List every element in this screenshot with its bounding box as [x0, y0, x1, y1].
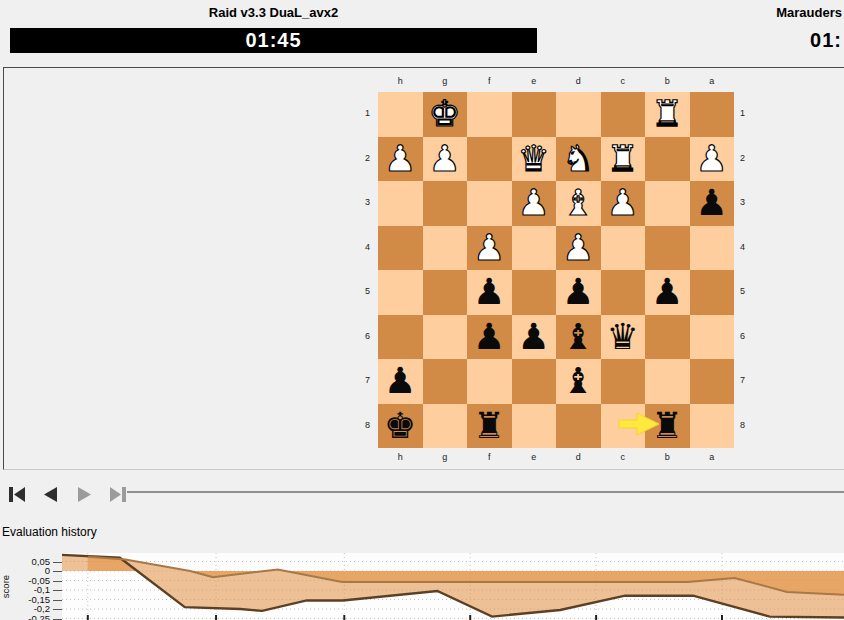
piece-white-queen: ♛: [518, 137, 550, 181]
coordinate-label-8: 8: [740, 420, 754, 430]
square-b6[interactable]: [645, 315, 690, 360]
coordinate-label-h: h: [378, 76, 423, 86]
piece-white-pawn: ♟: [696, 137, 728, 181]
square-c8[interactable]: [601, 404, 646, 449]
coordinate-label-7: 7: [740, 375, 754, 385]
coordinate-label-6: 6: [356, 331, 370, 341]
coordinate-label-3: 3: [740, 197, 754, 207]
square-g8[interactable]: [423, 404, 468, 449]
coordinate-label-g: g: [423, 76, 468, 86]
evaluation-chart: score 0,050-0,05-0,1-0,15-0,2-0,25: [0, 553, 844, 620]
piece-black-pawn: ♟: [696, 181, 728, 225]
coordinate-label-c: c: [601, 452, 646, 462]
square-e1[interactable]: [512, 92, 557, 137]
square-e4[interactable]: [512, 226, 557, 271]
square-g6[interactable]: [423, 315, 468, 360]
y-tick: [53, 571, 62, 572]
piece-white-pawn: ♟: [473, 226, 505, 270]
piece-black-pawn: ♟: [473, 270, 505, 314]
piece-white-king: ♚: [429, 92, 461, 136]
square-c7[interactable]: [601, 359, 646, 404]
square-d7[interactable]: ♝: [556, 359, 601, 404]
square-c1[interactable]: [601, 92, 646, 137]
coordinate-label-a: a: [690, 452, 735, 462]
coordinate-label-3: 3: [356, 197, 370, 207]
square-e2[interactable]: ♛: [512, 137, 557, 182]
piece-white-pawn: ♟: [518, 181, 550, 225]
piece-white-rook: ♜: [607, 137, 639, 181]
piece-white-knight: ♞: [562, 137, 594, 181]
y-tick: [53, 590, 62, 591]
square-f5[interactable]: ♟: [467, 270, 512, 315]
square-h3[interactable]: [378, 181, 423, 226]
square-h1[interactable]: [378, 92, 423, 137]
square-a6[interactable]: [690, 315, 735, 360]
square-g1[interactable]: ♚: [423, 92, 468, 137]
square-d1[interactable]: [556, 92, 601, 137]
coordinate-label-e: e: [512, 76, 557, 86]
piece-white-pawn: ♟: [562, 226, 594, 270]
square-d4[interactable]: ♟: [556, 226, 601, 271]
coordinate-label-5: 5: [356, 286, 370, 296]
square-e3[interactable]: ♟: [512, 181, 557, 226]
coordinate-label-1: 1: [740, 108, 754, 118]
coordinate-label-a: a: [690, 76, 735, 86]
move-navigation-toolbar: [8, 483, 127, 505]
square-h7[interactable]: ♟: [378, 359, 423, 404]
piece-white-rook: ♜: [651, 92, 683, 136]
coordinate-label-1: 1: [356, 108, 370, 118]
square-b3[interactable]: [645, 181, 690, 226]
y-tick: [53, 562, 62, 563]
square-f3[interactable]: [467, 181, 512, 226]
y-tick-label: -0,25: [0, 613, 50, 620]
piece-white-bishop: ♝: [562, 181, 594, 225]
piece-black-king: ♚: [384, 404, 416, 448]
square-a4[interactable]: [690, 226, 735, 271]
evaluation-chart-plot: [62, 553, 844, 620]
square-d6[interactable]: ♝: [556, 315, 601, 360]
move-slider[interactable]: [127, 491, 844, 493]
square-b5[interactable]: ♟: [645, 270, 690, 315]
square-h8[interactable]: ♚: [378, 404, 423, 449]
previous-move-button[interactable]: [41, 485, 61, 504]
square-c4[interactable]: [601, 226, 646, 271]
square-f8[interactable]: ♜: [467, 404, 512, 449]
piece-black-pawn: ♟: [384, 359, 416, 403]
coordinate-label-b: b: [645, 452, 690, 462]
y-tick: [53, 600, 62, 601]
square-c3[interactable]: ♟: [601, 181, 646, 226]
square-h5[interactable]: [378, 270, 423, 315]
piece-black-bishop: ♝: [562, 359, 594, 403]
piece-black-bishop: ♝: [562, 315, 594, 359]
square-a3[interactable]: ♟: [690, 181, 735, 226]
y-tick: [53, 581, 62, 582]
coordinate-label-f: f: [467, 76, 512, 86]
chess-gui-window: Raid v3.3 DuaL_avx2 01:45 Marauders 01: …: [0, 0, 844, 620]
square-d2[interactable]: ♞: [556, 137, 601, 182]
square-e8[interactable]: [512, 404, 557, 449]
square-g4[interactable]: [423, 226, 468, 271]
coordinate-label-d: d: [556, 452, 601, 462]
square-b7[interactable]: [645, 359, 690, 404]
square-a8[interactable]: [690, 404, 735, 449]
skip-to-start-button[interactable]: [8, 485, 28, 504]
coordinate-label-7: 7: [356, 375, 370, 385]
piece-black-queen: ♛: [607, 315, 639, 359]
board-panel: ♚♜♟♟♛♞♜♟♟♝♟♟♟♟♟♟♟♟♟♝♛♟♝♚♜♜ hhggffeeddccb…: [3, 67, 844, 470]
square-c2[interactable]: ♜: [601, 137, 646, 182]
square-a7[interactable]: [690, 359, 735, 404]
skip-to-end-button[interactable]: [107, 485, 127, 504]
coordinate-label-b: b: [645, 76, 690, 86]
black-clock: 01:: [810, 29, 842, 52]
piece-black-rook: ♜: [473, 404, 505, 448]
square-a5[interactable]: [690, 270, 735, 315]
piece-black-pawn: ♟: [651, 270, 683, 314]
next-move-button[interactable]: [74, 485, 94, 504]
square-f6[interactable]: ♟: [467, 315, 512, 360]
square-c6[interactable]: ♛: [601, 315, 646, 360]
piece-black-pawn: ♟: [473, 315, 505, 359]
square-h2[interactable]: ♟: [378, 137, 423, 182]
square-h4[interactable]: [378, 226, 423, 271]
square-b1[interactable]: ♜: [645, 92, 690, 137]
coordinate-label-5: 5: [740, 286, 754, 296]
piece-black-pawn: ♟: [518, 315, 550, 359]
square-f4[interactable]: ♟: [467, 226, 512, 271]
square-g5[interactable]: [423, 270, 468, 315]
square-c5[interactable]: [601, 270, 646, 315]
white-clock: 01:45: [10, 28, 537, 53]
square-a1[interactable]: [690, 92, 735, 137]
coordinate-label-2: 2: [740, 153, 754, 163]
piece-white-pawn: ♟: [429, 137, 461, 181]
piece-black-pawn: ♟: [562, 270, 594, 314]
square-e7[interactable]: [512, 359, 557, 404]
coordinate-label-h: h: [378, 452, 423, 462]
square-d8[interactable]: [556, 404, 601, 449]
square-g7[interactable]: [423, 359, 468, 404]
coordinate-label-g: g: [423, 452, 468, 462]
square-f1[interactable]: [467, 92, 512, 137]
coordinate-label-6: 6: [740, 331, 754, 341]
coordinate-label-e: e: [512, 452, 557, 462]
coordinate-label-4: 4: [356, 242, 370, 252]
coordinate-label-8: 8: [356, 420, 370, 430]
square-f2[interactable]: [467, 137, 512, 182]
square-a2[interactable]: ♟: [690, 137, 735, 182]
square-h6[interactable]: [378, 315, 423, 360]
y-tick: [53, 609, 62, 610]
square-d5[interactable]: ♟: [556, 270, 601, 315]
square-f7[interactable]: [467, 359, 512, 404]
coordinate-label-c: c: [601, 76, 646, 86]
square-d3[interactable]: ♝: [556, 181, 601, 226]
square-b2[interactable]: [645, 137, 690, 182]
square-g2[interactable]: ♟: [423, 137, 468, 182]
square-e6[interactable]: ♟: [512, 315, 557, 360]
black-player-name: Marauders: [776, 5, 842, 20]
square-b4[interactable]: [645, 226, 690, 271]
piece-white-pawn: ♟: [384, 137, 416, 181]
chess-board: ♚♜♟♟♛♞♜♟♟♝♟♟♟♟♟♟♟♟♟♝♛♟♝♚♜♜: [378, 92, 734, 448]
evaluation-history-title: Evaluation history: [2, 525, 97, 539]
coordinate-label-4: 4: [740, 242, 754, 252]
white-player-name: Raid v3.3 DuaL_avx2: [10, 5, 537, 20]
coordinate-label-d: d: [556, 76, 601, 86]
piece-white-pawn: ♟: [607, 181, 639, 225]
square-e5[interactable]: [512, 270, 557, 315]
coordinate-label-2: 2: [356, 153, 370, 163]
square-b8[interactable]: ♜: [645, 404, 690, 449]
piece-black-rook: ♜: [651, 404, 683, 448]
coordinate-label-f: f: [467, 452, 512, 462]
square-g3[interactable]: [423, 181, 468, 226]
